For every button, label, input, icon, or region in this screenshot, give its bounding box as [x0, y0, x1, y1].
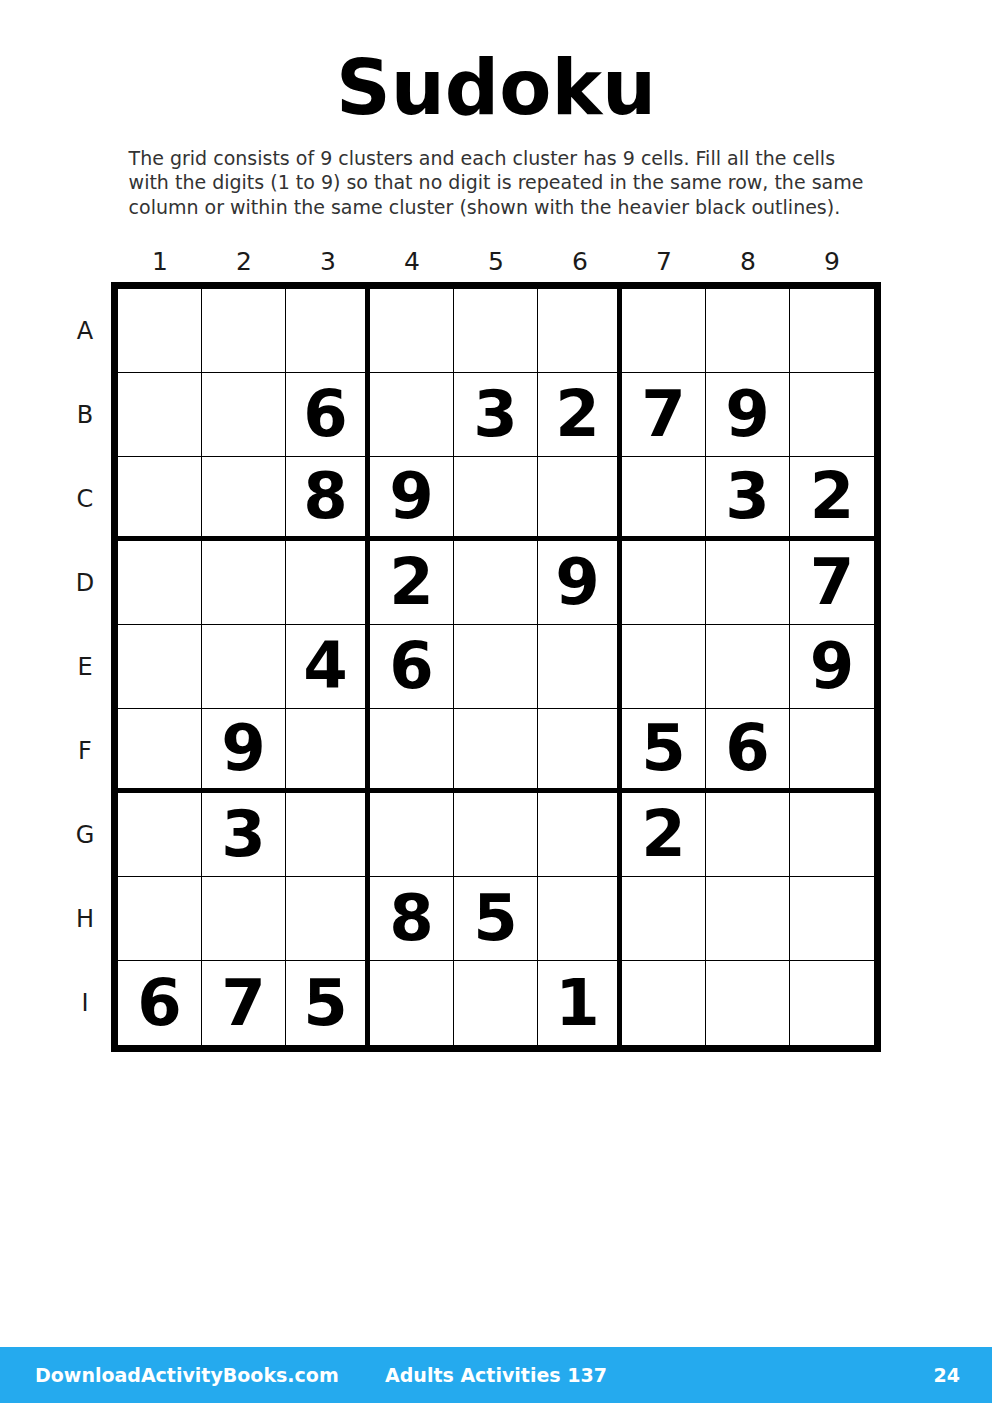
cell-A3[interactable]: [286, 289, 370, 373]
cell-C9: 2: [790, 457, 874, 541]
cell-B5: 3: [454, 373, 538, 457]
row-label-F: F: [59, 709, 111, 793]
cell-D3[interactable]: [286, 541, 370, 625]
page-title: Sudoku: [0, 50, 992, 126]
cell-E8[interactable]: [706, 625, 790, 709]
cell-F7: 5: [622, 709, 706, 793]
col-labels: 123456789: [118, 247, 992, 276]
col-label-6: 6: [538, 247, 622, 276]
cell-B6: 2: [538, 373, 622, 457]
cell-D6: 9: [538, 541, 622, 625]
cell-H1[interactable]: [118, 877, 202, 961]
cell-D1[interactable]: [118, 541, 202, 625]
cell-G8[interactable]: [706, 793, 790, 877]
cell-H6[interactable]: [538, 877, 622, 961]
sudoku-grid: 63279893229746995632856751: [111, 282, 881, 1052]
row-label-I: I: [59, 961, 111, 1045]
footer-website: DownloadActivityBooks.com: [35, 1364, 339, 1386]
col-label-2: 2: [202, 247, 286, 276]
cell-F6[interactable]: [538, 709, 622, 793]
cell-G2: 3: [202, 793, 286, 877]
cell-C5[interactable]: [454, 457, 538, 541]
cell-E5[interactable]: [454, 625, 538, 709]
cell-A4[interactable]: [370, 289, 454, 373]
cell-F4[interactable]: [370, 709, 454, 793]
cell-B7: 7: [622, 373, 706, 457]
cell-A1[interactable]: [118, 289, 202, 373]
cell-A8[interactable]: [706, 289, 790, 373]
col-label-1: 1: [118, 247, 202, 276]
cell-A5[interactable]: [454, 289, 538, 373]
cell-I1: 6: [118, 961, 202, 1045]
cell-D4: 2: [370, 541, 454, 625]
cell-E9: 9: [790, 625, 874, 709]
cell-G5[interactable]: [454, 793, 538, 877]
footer-bar: DownloadActivityBooks.com Adults Activit…: [0, 1347, 992, 1403]
cell-F1[interactable]: [118, 709, 202, 793]
cell-G6[interactable]: [538, 793, 622, 877]
cell-B1[interactable]: [118, 373, 202, 457]
cell-I2: 7: [202, 961, 286, 1045]
col-label-5: 5: [454, 247, 538, 276]
row-label-D: D: [59, 541, 111, 625]
cell-B8: 9: [706, 373, 790, 457]
instructions-line-2: with the digits (1 to 9) so that no digi…: [129, 170, 864, 194]
cell-C8: 3: [706, 457, 790, 541]
cell-D2[interactable]: [202, 541, 286, 625]
cell-H7[interactable]: [622, 877, 706, 961]
cell-A9[interactable]: [790, 289, 874, 373]
cell-C1[interactable]: [118, 457, 202, 541]
cell-E3: 4: [286, 625, 370, 709]
cell-I7[interactable]: [622, 961, 706, 1045]
cell-E1[interactable]: [118, 625, 202, 709]
cell-F5[interactable]: [454, 709, 538, 793]
cell-G3[interactable]: [286, 793, 370, 877]
cell-I3: 5: [286, 961, 370, 1045]
cell-I5[interactable]: [454, 961, 538, 1045]
cell-I4[interactable]: [370, 961, 454, 1045]
cell-H9[interactable]: [790, 877, 874, 961]
row-label-E: E: [59, 625, 111, 709]
cell-B4[interactable]: [370, 373, 454, 457]
cell-C4: 9: [370, 457, 454, 541]
cell-D7[interactable]: [622, 541, 706, 625]
cell-D8[interactable]: [706, 541, 790, 625]
cell-H5: 5: [454, 877, 538, 961]
row-labels: ABCDEFGHI: [59, 282, 111, 1052]
col-label-7: 7: [622, 247, 706, 276]
instructions: The grid consists of 9 clusters and each…: [129, 146, 864, 219]
row-label-H: H: [59, 877, 111, 961]
instructions-line-1: The grid consists of 9 clusters and each…: [129, 146, 864, 170]
footer-page-number: 24: [934, 1364, 960, 1386]
cell-C2[interactable]: [202, 457, 286, 541]
cell-G9[interactable]: [790, 793, 874, 877]
board-area: 123456789 ABCDEFGHI 63279893229746995632…: [59, 247, 992, 1052]
col-label-8: 8: [706, 247, 790, 276]
cell-G4[interactable]: [370, 793, 454, 877]
cell-E2[interactable]: [202, 625, 286, 709]
cell-A2[interactable]: [202, 289, 286, 373]
col-label-9: 9: [790, 247, 874, 276]
cell-H2[interactable]: [202, 877, 286, 961]
cell-I8[interactable]: [706, 961, 790, 1045]
cell-A6[interactable]: [538, 289, 622, 373]
row-label-A: A: [59, 289, 111, 373]
cell-F2: 9: [202, 709, 286, 793]
col-label-3: 3: [286, 247, 370, 276]
cell-B3: 6: [286, 373, 370, 457]
cell-H4: 8: [370, 877, 454, 961]
cell-H3[interactable]: [286, 877, 370, 961]
row-label-G: G: [59, 793, 111, 877]
cell-D9: 7: [790, 541, 874, 625]
cell-C3: 8: [286, 457, 370, 541]
cell-B2[interactable]: [202, 373, 286, 457]
cell-F9[interactable]: [790, 709, 874, 793]
row-label-B: B: [59, 373, 111, 457]
footer-book-title: Adults Activities 137: [385, 1364, 607, 1386]
col-label-4: 4: [370, 247, 454, 276]
cell-E7[interactable]: [622, 625, 706, 709]
cell-C6[interactable]: [538, 457, 622, 541]
cell-G7: 2: [622, 793, 706, 877]
cell-E4: 6: [370, 625, 454, 709]
cell-E6[interactable]: [538, 625, 622, 709]
cell-I6: 1: [538, 961, 622, 1045]
row-label-C: C: [59, 457, 111, 541]
cell-G1[interactable]: [118, 793, 202, 877]
cell-H8[interactable]: [706, 877, 790, 961]
cell-F8: 6: [706, 709, 790, 793]
cell-A7[interactable]: [622, 289, 706, 373]
instructions-line-3: column or within the same cluster (shown…: [129, 195, 864, 219]
cell-I9[interactable]: [790, 961, 874, 1045]
cell-B9[interactable]: [790, 373, 874, 457]
cell-D5[interactable]: [454, 541, 538, 625]
cell-F3[interactable]: [286, 709, 370, 793]
cell-C7[interactable]: [622, 457, 706, 541]
